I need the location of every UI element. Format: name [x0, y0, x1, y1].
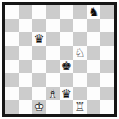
square-b3[interactable] — [19, 73, 33, 87]
square-g8[interactable]: ♞ — [87, 5, 101, 19]
square-f1[interactable]: ♜♖ — [73, 100, 87, 114]
square-e3[interactable] — [60, 73, 74, 87]
black-king[interactable]: ♚ — [60, 60, 72, 73]
square-c1[interactable]: ♚♔ — [32, 100, 46, 114]
square-g4[interactable] — [87, 60, 101, 74]
square-h6[interactable] — [100, 32, 114, 46]
square-d2[interactable]: ♝♗ — [46, 87, 60, 101]
square-c3[interactable] — [32, 73, 46, 87]
square-d4[interactable] — [46, 60, 60, 74]
white-rook[interactable]: ♜♖ — [74, 101, 86, 114]
board-frame: ♞♛♞♘♚♝♗♛♚♔♜♖ — [2, 2, 117, 117]
square-a5[interactable] — [5, 46, 19, 60]
chess-diagram: ♞♛♞♘♚♝♗♛♚♔♜♖ — [0, 0, 119, 119]
square-d6[interactable] — [46, 32, 60, 46]
square-a2[interactable] — [5, 87, 19, 101]
square-a8[interactable] — [5, 5, 19, 19]
square-f4[interactable] — [73, 60, 87, 74]
square-g1[interactable] — [87, 100, 101, 114]
piece-glyph: ♗ — [47, 88, 58, 100]
square-b8[interactable] — [19, 5, 33, 19]
piece-glyph: ♞ — [88, 6, 99, 18]
square-h2[interactable] — [100, 87, 114, 101]
square-e8[interactable] — [60, 5, 74, 19]
square-f3[interactable] — [73, 73, 87, 87]
piece-glyph: ♛ — [61, 88, 72, 100]
piece-glyph: ♘ — [75, 47, 86, 59]
black-queen[interactable]: ♛ — [33, 33, 45, 46]
square-f8[interactable] — [73, 5, 87, 19]
square-e4[interactable]: ♚ — [60, 60, 74, 74]
square-g2[interactable] — [87, 87, 101, 101]
square-g5[interactable] — [87, 46, 101, 60]
square-e1[interactable] — [60, 100, 74, 114]
square-h7[interactable] — [100, 19, 114, 33]
square-d3[interactable] — [46, 73, 60, 87]
chess-board: ♞♛♞♘♚♝♗♛♚♔♜♖ — [5, 5, 114, 114]
square-h3[interactable] — [100, 73, 114, 87]
square-d7[interactable] — [46, 19, 60, 33]
square-b1[interactable] — [19, 100, 33, 114]
square-b6[interactable] — [19, 32, 33, 46]
square-d1[interactable] — [46, 100, 60, 114]
square-f7[interactable] — [73, 19, 87, 33]
square-f6[interactable] — [73, 32, 87, 46]
square-b7[interactable] — [19, 19, 33, 33]
square-f5[interactable]: ♞♘ — [73, 46, 87, 60]
square-g6[interactable] — [87, 32, 101, 46]
square-h4[interactable] — [100, 60, 114, 74]
square-b2[interactable] — [19, 87, 33, 101]
square-c8[interactable] — [32, 5, 46, 19]
white-knight[interactable]: ♞♘ — [74, 46, 86, 59]
white-bishop[interactable]: ♝♗ — [47, 87, 59, 100]
square-h5[interactable] — [100, 46, 114, 60]
square-c6[interactable]: ♛ — [32, 32, 46, 46]
square-e7[interactable] — [60, 19, 74, 33]
square-h8[interactable] — [100, 5, 114, 19]
white-king[interactable]: ♚♔ — [33, 101, 45, 114]
square-c4[interactable] — [32, 60, 46, 74]
square-c7[interactable] — [32, 19, 46, 33]
square-e5[interactable] — [60, 46, 74, 60]
square-f2[interactable] — [73, 87, 87, 101]
square-a7[interactable] — [5, 19, 19, 33]
black-knight[interactable]: ♞ — [88, 5, 100, 18]
black-queen[interactable]: ♛ — [60, 87, 72, 100]
square-d8[interactable] — [46, 5, 60, 19]
square-b4[interactable] — [19, 60, 33, 74]
square-h1[interactable] — [100, 100, 114, 114]
square-g7[interactable] — [87, 19, 101, 33]
square-b5[interactable] — [19, 46, 33, 60]
square-a4[interactable] — [5, 60, 19, 74]
square-a6[interactable] — [5, 32, 19, 46]
piece-glyph: ♖ — [75, 101, 86, 113]
square-c5[interactable] — [32, 46, 46, 60]
piece-glyph: ♛ — [34, 33, 45, 45]
square-d5[interactable] — [46, 46, 60, 60]
square-e6[interactable] — [60, 32, 74, 46]
square-e2[interactable]: ♛ — [60, 87, 74, 101]
square-a3[interactable] — [5, 73, 19, 87]
square-g3[interactable] — [87, 73, 101, 87]
square-a1[interactable] — [5, 100, 19, 114]
piece-glyph: ♚ — [61, 60, 72, 72]
square-c2[interactable] — [32, 87, 46, 101]
piece-glyph: ♔ — [34, 101, 45, 113]
